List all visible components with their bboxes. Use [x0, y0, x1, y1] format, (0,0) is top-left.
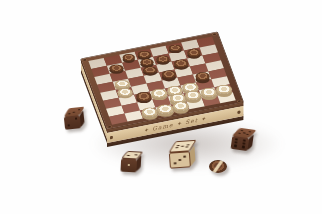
die-pip: [183, 155, 186, 157]
die-pip: [128, 161, 131, 163]
die-pip: [123, 161, 126, 163]
wooden-die: [63, 107, 81, 129]
die-pip: [71, 124, 74, 126]
checker-piece-light: [157, 105, 173, 114]
checker-piece-light: [115, 80, 129, 88]
checker-top: [162, 71, 176, 79]
die-pip: [131, 165, 134, 167]
die-pip: [238, 142, 241, 145]
die-pip: [131, 168, 134, 170]
checker-top: [185, 91, 201, 100]
die-pip: [178, 162, 181, 164]
die-pip: [234, 145, 237, 148]
screw-icon: [108, 126, 112, 128]
die-pip: [239, 139, 242, 142]
checker-piece-dark: [144, 66, 158, 74]
die-pip: [127, 164, 130, 166]
checker-piece-dark: [195, 73, 210, 81]
screw-icon: [213, 33, 217, 35]
die-pip: [234, 141, 237, 144]
checker-top: [115, 80, 129, 88]
checker-top: [174, 60, 188, 68]
die-pip: [238, 145, 241, 148]
wooden-die: [168, 140, 191, 169]
checker-top: [138, 51, 151, 58]
checker-piece-dark: [162, 71, 176, 79]
screw-icon: [238, 100, 242, 102]
checker-piece-light: [172, 102, 188, 111]
checker-piece-light: [216, 85, 232, 94]
checker-piece-light: [141, 108, 157, 117]
checker-piece-light: [118, 88, 133, 96]
checker-piece-dark: [110, 65, 123, 72]
checker-piece-dark: [174, 60, 188, 68]
checker-piece-dark: [187, 49, 200, 56]
die-pip: [123, 167, 126, 169]
checker-piece-light: [185, 91, 201, 100]
die-pip: [127, 167, 130, 169]
screw-icon: [237, 110, 240, 114]
wooden-die: [231, 127, 251, 151]
die-pip: [174, 159, 177, 161]
checker-piece-dark: [141, 58, 154, 65]
die-pip: [123, 164, 126, 166]
die-pip: [178, 155, 181, 157]
die-pip: [75, 124, 78, 126]
checker-piece-dark: [156, 55, 169, 62]
die-pip: [134, 156, 137, 157]
die-pip: [183, 158, 186, 160]
checker-top: [169, 45, 182, 52]
die-pip: [243, 139, 246, 142]
die-pip: [183, 162, 186, 164]
die-pip: [246, 134, 250, 135]
die-pip: [185, 146, 189, 147]
die-pip: [72, 113, 75, 114]
product-photo-scene: ✦ ✦ ✦ Game ✦ Set ✦: [0, 0, 322, 214]
die-pip: [173, 156, 176, 158]
checker-top: [118, 88, 133, 96]
checker-piece-dark: [138, 51, 151, 58]
die-pip: [242, 146, 245, 149]
die-pip: [180, 147, 184, 148]
screw-icon: [110, 135, 113, 139]
die-front-face: [120, 159, 137, 173]
checker-piece-dark: [123, 54, 136, 61]
die-pip: [132, 162, 135, 164]
die-front-face: [169, 151, 191, 169]
screw-icon: [83, 59, 87, 61]
checker-top: [216, 85, 232, 94]
checker-piece-dark: [136, 93, 151, 101]
loose-dark-checker: [209, 160, 227, 173]
die-pip: [175, 147, 179, 148]
checker-piece-light: [152, 90, 167, 98]
checker-top: [195, 73, 210, 81]
die-pip: [67, 125, 70, 127]
checker-top: [201, 88, 217, 97]
die-side-face: [137, 156, 141, 171]
die-front-face: [231, 135, 250, 151]
checker-piece-light: [201, 88, 217, 97]
wooden-die: [120, 151, 137, 173]
die-pip: [68, 113, 71, 114]
checker-piece-dark: [169, 45, 182, 52]
die-pip: [178, 159, 181, 161]
die-side-face: [80, 111, 84, 127]
die-pip: [243, 143, 246, 146]
checker-top: [144, 66, 158, 74]
die-pip: [234, 138, 237, 141]
die-front-face: [64, 115, 81, 129]
die-pip: [174, 162, 177, 164]
checker-top: [123, 54, 136, 61]
die-pip: [76, 112, 79, 113]
